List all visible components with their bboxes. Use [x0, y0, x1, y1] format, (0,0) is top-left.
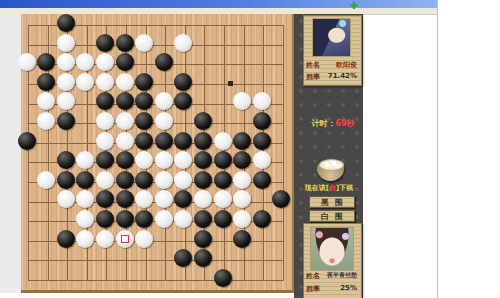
white-stone: [18, 53, 36, 71]
black-stone: [194, 230, 212, 248]
last-move-marker: [121, 235, 129, 243]
white-stone: [233, 210, 251, 228]
bottom-player-avatar: [310, 227, 354, 271]
black-stone: [135, 171, 153, 189]
white-stone: [96, 112, 114, 130]
bottom-name-value: 夜半青丝愁: [327, 271, 357, 281]
black-stone: [214, 210, 232, 228]
add-plus-icon[interactable]: ✚: [348, 0, 360, 12]
black-stone: [194, 171, 212, 189]
bottom-name-row: 姓名 夜半青丝愁: [303, 271, 360, 281]
white-stone: [214, 132, 232, 150]
white-stone: [96, 53, 114, 71]
black-stone: [135, 132, 153, 150]
black-stone: [18, 132, 36, 150]
black-stone: [96, 34, 114, 52]
top-winrate-label: 胜率: [306, 72, 320, 82]
top-name-label: 姓名: [306, 60, 320, 70]
white-stone: [155, 210, 173, 228]
top-name-row: 姓名 欧阳俊: [303, 60, 360, 70]
top-winrate-value: 71.42%: [328, 72, 357, 82]
white-stone: [214, 190, 232, 208]
white-stone: [116, 132, 134, 150]
black-stone: [57, 151, 75, 169]
stone-bowl-white-stones: [319, 159, 344, 171]
black-stone: [116, 53, 134, 71]
star-point: [228, 81, 233, 86]
black-stone: [194, 132, 212, 150]
black-stone: [116, 34, 134, 52]
white-stone: [116, 73, 134, 91]
title-bar: [0, 0, 437, 8]
black-stone: [57, 230, 75, 248]
black-stone: [253, 171, 271, 189]
black-stone: [174, 132, 192, 150]
black-stone: [155, 132, 173, 150]
white-stone: [155, 190, 173, 208]
black-stone: [96, 151, 114, 169]
white-stone: [155, 151, 173, 169]
white-stone: [116, 112, 134, 130]
black-stone: [194, 151, 212, 169]
top-name-value: 欧阳俊: [336, 60, 357, 70]
black-stone: [272, 190, 290, 208]
white-territory-button[interactable]: 白围: [309, 210, 355, 222]
black-stone: [57, 171, 75, 189]
black-stone: [253, 210, 271, 228]
white-stone: [57, 73, 75, 91]
black-stone: [116, 92, 134, 110]
turn-player: 白: [329, 184, 336, 192]
bottom-winrate-label: 胜率: [306, 284, 320, 294]
top-player-avatar: [312, 18, 351, 57]
white-stone: [76, 230, 94, 248]
white-stone: [57, 34, 75, 52]
white-stone: [37, 171, 55, 189]
go-board[interactable]: [21, 14, 294, 293]
black-stone: [135, 73, 153, 91]
turn-prefix: 现在该[: [305, 184, 329, 192]
white-stone: [135, 230, 153, 248]
white-stone: [174, 34, 192, 52]
white-stone: [96, 230, 114, 248]
white-stone: [135, 34, 153, 52]
black-stone: [116, 171, 134, 189]
white-stone: [96, 73, 114, 91]
black-stone: [116, 190, 134, 208]
black-territory-button[interactable]: 黑围: [309, 196, 355, 208]
black-stone: [253, 112, 271, 130]
black-stone: [116, 151, 134, 169]
white-stone: [96, 171, 114, 189]
black-stone: [214, 151, 232, 169]
white-stone: [155, 112, 173, 130]
white-stone: [155, 92, 173, 110]
black-stone: [233, 230, 251, 248]
turn-indicator: 现在该[白]下棋: [296, 183, 362, 193]
white-stone: [233, 171, 251, 189]
bottom-winrate-row: 胜率 25%: [303, 284, 360, 294]
black-stone: [253, 132, 271, 150]
black-stone: [135, 210, 153, 228]
black-stone: [194, 249, 212, 267]
white-stone: [57, 53, 75, 71]
white-stone: [253, 92, 271, 110]
bottom-name-label: 姓名: [306, 271, 320, 281]
black-stone: [116, 210, 134, 228]
white-stone: [37, 112, 55, 130]
bottom-winrate-value: 25%: [340, 284, 357, 294]
timer-label: 计时：: [311, 119, 335, 128]
white-stone: [57, 190, 75, 208]
black-stone: [214, 171, 232, 189]
black-stone: [37, 73, 55, 91]
black-stone: [155, 53, 173, 71]
black-stone: [57, 112, 75, 130]
white-stone: [174, 171, 192, 189]
board-left-margin: [0, 14, 21, 293]
white-stone: [155, 171, 173, 189]
white-stone: [76, 73, 94, 91]
timer-value: 69秒: [335, 119, 354, 128]
top-winrate-row: 胜率 71.42%: [303, 72, 360, 82]
white-stone: [57, 92, 75, 110]
black-stone: [174, 73, 192, 91]
black-stone: [57, 14, 75, 32]
black-stone: [96, 210, 114, 228]
white-stone: [253, 151, 271, 169]
window-right-border: [437, 0, 438, 298]
black-stone: [214, 269, 232, 287]
black-stone: [76, 171, 94, 189]
turn-suffix: ]下棋: [336, 184, 353, 192]
black-stone: [233, 132, 251, 150]
black-stone: [135, 112, 153, 130]
white-stone: [96, 132, 114, 150]
black-stone: [194, 210, 212, 228]
black-stone: [194, 112, 212, 130]
move-timer: 计时：69秒: [303, 118, 363, 129]
